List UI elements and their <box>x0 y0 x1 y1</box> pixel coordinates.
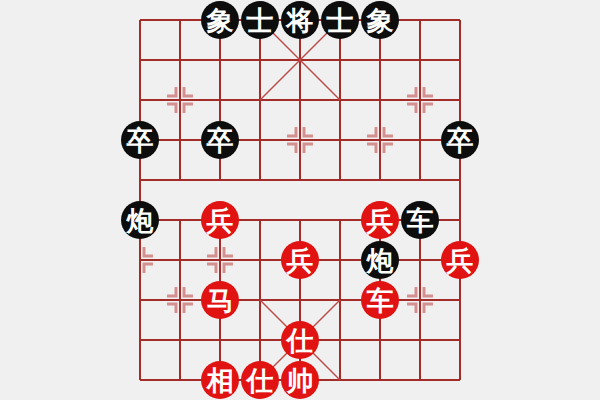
piece-black-advisor[interactable]: 士 <box>241 1 279 39</box>
piece-red-soldier[interactable]: 兵 <box>441 241 479 279</box>
piece-red-soldier[interactable]: 兵 <box>201 201 239 239</box>
xiangqi-board[interactable]: 象士将士象卒卒卒炮兵兵车兵炮兵马车仕相仕帅 <box>120 0 480 400</box>
piece-black-soldier[interactable]: 卒 <box>441 121 479 159</box>
piece-red-horse[interactable]: 马 <box>201 281 239 319</box>
piece-black-soldier[interactable]: 卒 <box>121 121 159 159</box>
piece-red-advisor[interactable]: 仕 <box>281 321 319 359</box>
piece-red-soldier[interactable]: 兵 <box>361 201 399 239</box>
piece-red-elephant[interactable]: 相 <box>201 361 239 399</box>
piece-black-soldier[interactable]: 卒 <box>201 121 239 159</box>
piece-black-advisor[interactable]: 士 <box>321 1 359 39</box>
piece-red-general[interactable]: 帅 <box>281 361 319 399</box>
piece-red-advisor[interactable]: 仕 <box>241 361 279 399</box>
piece-red-soldier[interactable]: 兵 <box>281 241 319 279</box>
pieces-layer: 象士将士象卒卒卒炮兵兵车兵炮兵马车仕相仕帅 <box>120 0 480 400</box>
piece-black-elephant[interactable]: 象 <box>201 1 239 39</box>
piece-black-general[interactable]: 将 <box>281 1 319 39</box>
piece-black-elephant[interactable]: 象 <box>361 1 399 39</box>
piece-black-cannon[interactable]: 炮 <box>121 201 159 239</box>
piece-red-chariot[interactable]: 车 <box>361 281 399 319</box>
xiangqi-app: { "game": "xiangqi", "position": "2bakab… <box>0 0 600 400</box>
piece-black-chariot[interactable]: 车 <box>401 201 439 239</box>
piece-black-cannon[interactable]: 炮 <box>361 241 399 279</box>
